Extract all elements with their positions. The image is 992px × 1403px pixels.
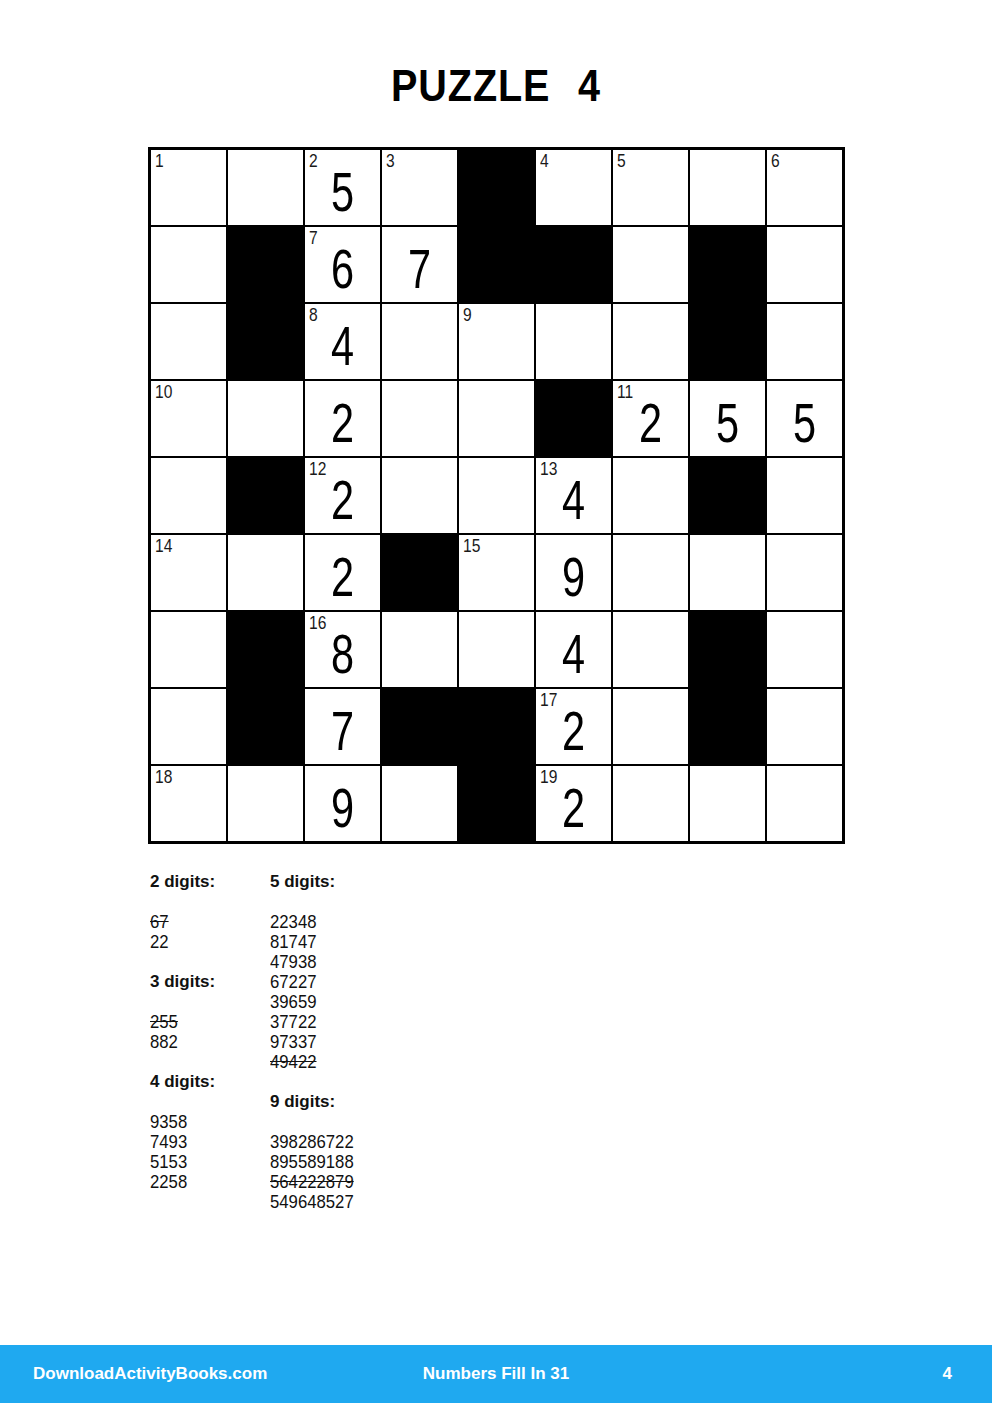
grid-cell[interactable]	[381, 303, 458, 380]
cell-digit: 5	[793, 387, 816, 451]
grid-cell[interactable]	[458, 457, 535, 534]
word-item: 549648527	[270, 1192, 411, 1212]
word-item-crossed: 255	[150, 1012, 247, 1032]
clue-number: 14	[155, 536, 172, 556]
grid-cell[interactable]	[689, 765, 766, 842]
grid-cell[interactable]: 5	[612, 149, 689, 226]
clue-number: 1	[155, 151, 164, 171]
grid-cell[interactable]: 122	[304, 457, 381, 534]
word-item: 37722	[270, 1012, 411, 1032]
grid-cell[interactable]	[766, 226, 843, 303]
cell-digit: 4	[331, 310, 354, 374]
grid-cell[interactable]: 5	[766, 380, 843, 457]
grid-cell[interactable]	[150, 303, 227, 380]
word-item: 39659	[270, 992, 411, 1012]
cell-digit: 2	[331, 387, 354, 451]
grid-cell[interactable]: 9	[535, 534, 612, 611]
word-item: 398286722	[270, 1132, 411, 1152]
word-group: 2 digits:6722	[150, 872, 260, 952]
grid-cell[interactable]: 14	[150, 534, 227, 611]
black-cell	[381, 688, 458, 765]
grid-cell[interactable]	[150, 457, 227, 534]
black-cell	[458, 765, 535, 842]
word-group-heading: 2 digits:	[150, 872, 260, 892]
clue-number: 3	[386, 151, 395, 171]
clue-number: 4	[540, 151, 549, 171]
grid-cell[interactable]	[227, 534, 304, 611]
clue-number: 15	[463, 536, 480, 556]
word-group: 5 digits:2234881747479386722739659377229…	[270, 872, 430, 1072]
clue-number: 17	[540, 690, 557, 710]
grid-cell[interactable]	[766, 303, 843, 380]
word-item: 882	[150, 1032, 247, 1052]
grid-cell[interactable]: 76	[304, 226, 381, 303]
cell-digit: 4	[562, 464, 585, 528]
grid-cell[interactable]: 7	[304, 688, 381, 765]
word-item: 9358	[150, 1112, 247, 1132]
clue-number: 5	[617, 151, 626, 171]
grid-cell[interactable]	[689, 149, 766, 226]
grid-cell[interactable]: 18	[150, 765, 227, 842]
word-list-column-1: 5 digits:2234881747479386722739659377229…	[270, 872, 430, 1232]
word-group-heading: 3 digits:	[150, 972, 260, 992]
puzzle-grid: 1253456767849102112551221341421591684717…	[148, 147, 845, 844]
word-item: 5153	[150, 1152, 247, 1172]
word-group-heading: 9 digits:	[270, 1092, 430, 1112]
black-cell	[689, 611, 766, 688]
clue-number: 11	[617, 382, 633, 402]
grid-cell[interactable]	[458, 611, 535, 688]
black-cell	[381, 534, 458, 611]
grid-cell[interactable]	[766, 534, 843, 611]
clue-number: 9	[463, 305, 472, 325]
cell-digit: 2	[331, 464, 354, 528]
grid-cell[interactable]: 4	[535, 611, 612, 688]
black-cell	[689, 457, 766, 534]
cell-digit: 2	[562, 695, 585, 759]
grid-cell[interactable]: 84	[304, 303, 381, 380]
grid-cell[interactable]: 9	[458, 303, 535, 380]
clue-number: 19	[540, 767, 557, 787]
grid-cell[interactable]	[766, 765, 843, 842]
clue-number: 13	[540, 459, 557, 479]
grid-cell[interactable]	[150, 226, 227, 303]
word-item: 22348	[270, 912, 411, 932]
grid-cell[interactable]: 7	[381, 226, 458, 303]
clue-number: 2	[309, 151, 318, 171]
clue-number: 7	[309, 228, 318, 248]
cell-digit: 5	[331, 156, 354, 220]
black-cell	[689, 226, 766, 303]
black-cell	[689, 688, 766, 765]
cell-digit: 7	[408, 233, 431, 297]
grid-cell[interactable]: 168	[304, 611, 381, 688]
grid-cell[interactable]: 192	[535, 765, 612, 842]
grid-cell[interactable]	[766, 688, 843, 765]
word-list-column-0: 2 digits:67223 digits:2558824 digits:935…	[150, 872, 260, 1212]
word-item-crossed: 49422	[270, 1052, 411, 1072]
word-item-crossed: 564222879	[270, 1172, 411, 1192]
grid-cell[interactable]	[766, 457, 843, 534]
word-group: 4 digits:9358749351532258	[150, 1072, 260, 1192]
clue-number: 8	[309, 305, 318, 325]
black-cell	[227, 688, 304, 765]
grid-cell[interactable]	[535, 303, 612, 380]
grid-cell[interactable]: 6	[766, 149, 843, 226]
grid-cell[interactable]: 15	[458, 534, 535, 611]
cell-digit: 8	[331, 618, 354, 682]
black-cell	[227, 457, 304, 534]
footer-puzzle-name: Numbers Fill In 31	[0, 1364, 992, 1384]
black-cell	[535, 380, 612, 457]
grid-cell[interactable]	[766, 611, 843, 688]
page-title: PUZZLE 4	[60, 60, 933, 112]
clue-number: 6	[771, 151, 780, 171]
grid-cell[interactable]: 10	[150, 380, 227, 457]
cell-digit: 2	[639, 387, 662, 451]
grid-cell[interactable]: 134	[535, 457, 612, 534]
grid-cell[interactable]: 1	[150, 149, 227, 226]
word-item: 2258	[150, 1172, 247, 1192]
word-item: 81747	[270, 932, 411, 952]
cell-digit: 9	[331, 772, 354, 836]
puzzle-page: PUZZLE 4 1253456767849102112551221341421…	[0, 0, 992, 1403]
black-cell	[535, 226, 612, 303]
grid-cell[interactable]	[227, 380, 304, 457]
word-item: 22	[150, 932, 247, 952]
clue-number: 18	[155, 767, 172, 787]
black-cell	[458, 688, 535, 765]
grid-cell[interactable]	[612, 534, 689, 611]
grid-cell[interactable]	[612, 303, 689, 380]
word-group-heading: 4 digits:	[150, 1072, 260, 1092]
cell-digit: 6	[331, 233, 354, 297]
word-group: 3 digits:255882	[150, 972, 260, 1052]
grid-cell[interactable]	[612, 226, 689, 303]
grid-cell[interactable]	[612, 765, 689, 842]
word-group: 9 digits:3982867228955891885642228795496…	[270, 1092, 430, 1212]
black-cell	[227, 226, 304, 303]
grid-cell[interactable]	[227, 149, 304, 226]
grid-cell[interactable]	[458, 380, 535, 457]
grid-cell[interactable]	[689, 534, 766, 611]
grid-cell[interactable]	[612, 457, 689, 534]
grid-cell[interactable]: 172	[535, 688, 612, 765]
grid-cell[interactable]	[150, 611, 227, 688]
grid-cell[interactable]: 112	[612, 380, 689, 457]
black-cell	[227, 611, 304, 688]
word-item: 7493	[150, 1132, 247, 1152]
word-item: 97337	[270, 1032, 411, 1052]
cell-digit: 7	[331, 695, 354, 759]
word-item: 67227	[270, 972, 411, 992]
grid-cell[interactable]: 2	[304, 534, 381, 611]
black-cell	[458, 149, 535, 226]
word-group-heading: 5 digits:	[270, 872, 430, 892]
clue-number: 10	[155, 382, 172, 402]
black-cell	[689, 303, 766, 380]
clue-number: 16	[309, 613, 326, 633]
cell-digit: 2	[331, 541, 354, 605]
cell-digit: 5	[716, 387, 739, 451]
word-item: 895589188	[270, 1152, 411, 1172]
grid-cell[interactable]	[612, 611, 689, 688]
clue-number: 12	[309, 459, 326, 479]
cell-digit: 2	[562, 772, 585, 836]
cell-digit: 4	[562, 618, 585, 682]
grid-cell[interactable]: 4	[535, 149, 612, 226]
word-item: 47938	[270, 952, 411, 972]
grid-cell[interactable]: 25	[304, 149, 381, 226]
grid-cell[interactable]: 2	[304, 380, 381, 457]
grid-cell[interactable]	[381, 457, 458, 534]
black-cell	[458, 226, 535, 303]
word-item-crossed: 67	[150, 912, 247, 932]
grid-cell[interactable]	[150, 688, 227, 765]
footer-bar: DownloadActivityBooks.com Numbers Fill I…	[0, 1345, 992, 1403]
grid-cell[interactable]	[381, 611, 458, 688]
grid-cell[interactable]: 3	[381, 149, 458, 226]
grid-cell[interactable]: 9	[304, 765, 381, 842]
black-cell	[227, 303, 304, 380]
footer-page-number: 4	[943, 1364, 952, 1384]
grid-cell[interactable]	[612, 688, 689, 765]
grid-cell[interactable]: 5	[689, 380, 766, 457]
grid-cell[interactable]	[381, 765, 458, 842]
cell-digit: 9	[562, 541, 585, 605]
grid-cell[interactable]	[227, 765, 304, 842]
grid-cell[interactable]	[381, 380, 458, 457]
